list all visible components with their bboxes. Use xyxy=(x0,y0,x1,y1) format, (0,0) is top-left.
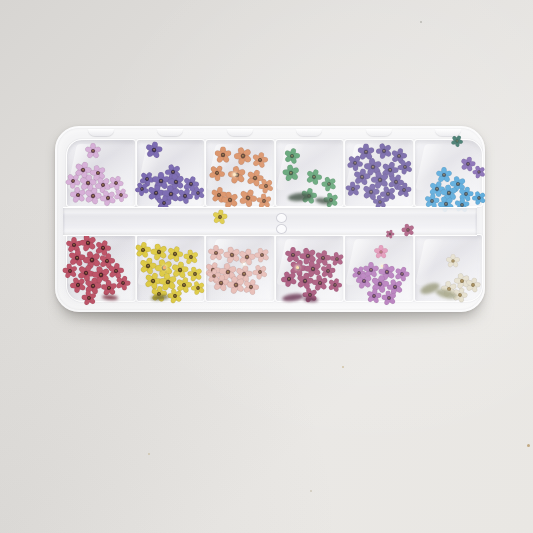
yellow-flower xyxy=(182,248,199,265)
dark-magenta-flower xyxy=(311,274,330,293)
dark-violet-flower xyxy=(386,172,407,193)
rose-red-flower xyxy=(97,251,117,271)
pale-pink-flower xyxy=(92,174,114,196)
pale-pink-flower xyxy=(97,187,118,208)
rose-red-flower xyxy=(106,262,125,281)
blush-pink-flower xyxy=(221,245,242,266)
cream-white-flower xyxy=(446,254,460,268)
yellow-flower xyxy=(174,275,194,295)
rim-bump xyxy=(227,129,253,136)
orange-flower xyxy=(244,167,266,189)
product-photo-scene xyxy=(0,0,533,533)
orchid-flower xyxy=(369,273,391,295)
yellow-flower xyxy=(134,241,153,260)
surface-speck xyxy=(420,21,422,23)
pale-pink-flower xyxy=(83,185,104,206)
purple-flower xyxy=(152,172,170,190)
yellow-flower xyxy=(170,260,190,280)
blue-flower xyxy=(426,179,447,200)
blush-pink-flower xyxy=(208,245,224,261)
pale-pink-flower xyxy=(69,186,88,205)
orange-flower xyxy=(226,164,247,185)
rim-bump xyxy=(435,129,461,136)
blush-pink-flower xyxy=(233,263,254,284)
surface-speck xyxy=(148,453,150,455)
blue-flower xyxy=(448,174,468,194)
compartment-orchid xyxy=(344,234,414,302)
cream-white-flower xyxy=(452,271,472,291)
rim-bump xyxy=(157,129,183,136)
compartment-purple xyxy=(136,139,206,207)
blue-flower xyxy=(470,189,488,207)
rose-red-flower xyxy=(66,237,82,253)
dark-magenta-flower xyxy=(287,257,309,279)
orchid-flower xyxy=(381,289,398,306)
cream-white-flower xyxy=(464,276,482,294)
green-flower xyxy=(281,163,301,183)
compartment-cream-white xyxy=(414,234,484,302)
rose-red-flower xyxy=(67,275,88,296)
pale-pink-flower xyxy=(63,170,84,191)
hinge-detent-bottom xyxy=(276,224,287,234)
dark-magenta-flower xyxy=(285,247,301,263)
yellow-flower xyxy=(150,285,169,304)
rose-red-flower xyxy=(80,249,103,272)
orchid-flower xyxy=(355,272,374,291)
purple-flower xyxy=(132,179,151,198)
pale-pink-flower xyxy=(88,164,108,184)
blush-pink-flower xyxy=(211,273,231,293)
purple-flower xyxy=(146,183,167,204)
compartment-rose-red xyxy=(66,234,136,302)
dark-magenta-flower xyxy=(294,271,315,292)
orange-flower xyxy=(210,186,229,205)
dark-violet-flower xyxy=(344,152,366,174)
dark-magenta-flower xyxy=(329,251,345,267)
blush-pink-flower xyxy=(218,261,239,282)
dark-magenta-flower xyxy=(320,262,337,279)
hinge-band xyxy=(63,207,477,236)
dark-violet-flower xyxy=(379,159,401,181)
pale-pink-flower xyxy=(106,173,126,193)
rose-red-flower xyxy=(67,248,87,268)
green-flower xyxy=(303,167,324,188)
blue-flower xyxy=(457,185,475,203)
rim-bump xyxy=(296,129,322,136)
yellow-flower xyxy=(148,242,169,263)
dark-magenta-flower xyxy=(297,245,319,267)
rose-red-flower xyxy=(101,279,118,296)
pale-pink-flower xyxy=(72,159,94,181)
green-flower xyxy=(319,174,338,193)
yellow-flower xyxy=(164,244,185,265)
dark-magenta-flower xyxy=(326,276,344,294)
dark-violet-flower xyxy=(389,147,409,167)
dark-violet-flower xyxy=(357,144,374,161)
flower-storage-case xyxy=(55,126,485,312)
orchid-flower xyxy=(385,276,406,297)
orange-flower xyxy=(206,162,228,184)
blush-pink-flower xyxy=(203,260,224,281)
purple-flower xyxy=(144,140,164,160)
yellow-flower xyxy=(186,265,204,283)
orchid-flower xyxy=(376,262,397,283)
compartment-blush-pink xyxy=(205,234,275,302)
yellow-flower xyxy=(189,279,207,297)
dark-magenta-flower xyxy=(314,248,334,268)
dark-violet-flower xyxy=(362,156,383,177)
yellow-flower xyxy=(166,286,184,304)
orchid-flower xyxy=(392,265,411,284)
compartment-yellow xyxy=(136,234,206,302)
blue-flower xyxy=(439,183,459,203)
blush-pink-flower xyxy=(250,262,270,282)
surface-speck xyxy=(527,444,530,447)
green-flower xyxy=(282,147,302,167)
compartment-orange xyxy=(205,139,275,207)
hinge-detent-top xyxy=(276,213,287,223)
orchid-flower xyxy=(350,264,369,283)
dark-magenta-flower xyxy=(279,269,300,290)
yellow-flower xyxy=(158,271,179,292)
dark-violet-flower xyxy=(374,141,395,162)
blush-pink-flower xyxy=(237,247,258,268)
compartment-blue xyxy=(414,139,484,207)
purple-flower xyxy=(175,186,196,207)
yellow-flower xyxy=(142,270,164,292)
yellow-flower xyxy=(153,256,176,279)
rose-red-flower xyxy=(93,238,114,259)
pale-pink-flower xyxy=(78,173,98,193)
purple-flower xyxy=(161,184,182,205)
dark-violet-flower xyxy=(361,182,382,203)
compartment-pale-pink xyxy=(66,139,136,207)
pale-pink-flower xyxy=(111,186,130,205)
dark-violet-flower xyxy=(345,181,361,197)
surface-speck xyxy=(342,366,344,368)
yellow-flower xyxy=(138,255,159,276)
green-flower xyxy=(300,186,319,205)
dark-violet-flower xyxy=(353,168,373,188)
cream-white-flower xyxy=(451,285,470,304)
blush-pink-flower xyxy=(253,246,272,265)
orchid-flower xyxy=(363,262,379,278)
orange-flower xyxy=(214,146,231,163)
purple-flower xyxy=(189,184,207,202)
dark-magenta-flower xyxy=(303,259,324,280)
compartment-green xyxy=(275,139,345,207)
dark-magenta-flower xyxy=(301,286,319,304)
rose-red-flower xyxy=(113,274,132,293)
dark-violet-flower xyxy=(378,184,399,205)
purple-flower xyxy=(162,162,183,183)
orange-flower xyxy=(231,145,254,168)
blush-pink-flower xyxy=(241,277,262,298)
blush-pink-flower xyxy=(207,268,222,283)
surface-speck xyxy=(310,490,312,492)
blue-flower xyxy=(436,167,452,183)
rose-red-flower xyxy=(83,276,104,297)
compartment-dark-magenta xyxy=(275,234,345,302)
pale-pink-flower xyxy=(85,143,101,159)
dark-violet-flower xyxy=(395,182,412,199)
rose-red-flower xyxy=(81,289,98,306)
cream-white-flower xyxy=(439,280,458,299)
compartment-dark-violet xyxy=(344,139,414,207)
dark-violet-flower xyxy=(395,157,415,177)
rose-red-flower xyxy=(62,262,79,279)
purple-flower xyxy=(166,172,187,193)
blush-pink-flower xyxy=(225,274,247,296)
orange-flower xyxy=(256,176,276,196)
rose-red-flower xyxy=(74,262,97,285)
rose-red-flower xyxy=(90,264,112,286)
purple-flower xyxy=(137,169,157,189)
rim-bump xyxy=(88,129,114,136)
orchid-flower xyxy=(365,287,382,304)
purple-flower xyxy=(180,173,201,194)
rim-bump xyxy=(366,129,392,136)
dark-violet-flower xyxy=(369,169,391,191)
orange-flower xyxy=(250,150,270,170)
